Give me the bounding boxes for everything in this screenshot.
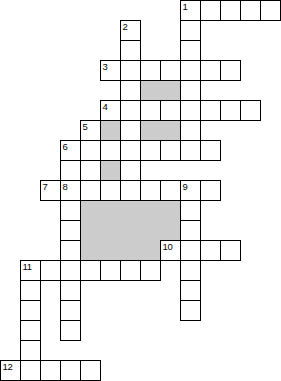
- letter-cell[interactable]: [120, 120, 141, 141]
- letter-cell[interactable]: [200, 100, 221, 121]
- letter-cell[interactable]: [120, 60, 141, 81]
- letter-cell[interactable]: [120, 140, 141, 161]
- letter-cell[interactable]: 12: [0, 360, 21, 381]
- filler-block: [101, 201, 121, 221]
- letter-cell[interactable]: [180, 200, 201, 221]
- letter-cell[interactable]: [40, 360, 61, 381]
- filler-block: [101, 121, 121, 141]
- letter-cell[interactable]: [120, 100, 141, 121]
- filler-block: [161, 81, 181, 101]
- clue-number: 9: [183, 182, 188, 191]
- letter-cell[interactable]: [20, 300, 41, 321]
- clue-number: 10: [163, 242, 173, 251]
- letter-cell[interactable]: 1: [180, 0, 201, 21]
- letter-cell[interactable]: [80, 140, 101, 161]
- letter-cell[interactable]: [120, 80, 141, 101]
- letter-cell[interactable]: [200, 60, 221, 81]
- letter-cell[interactable]: [180, 140, 201, 161]
- letter-cell[interactable]: [80, 260, 101, 281]
- letter-cell[interactable]: [180, 300, 201, 321]
- letter-cell[interactable]: [180, 280, 201, 301]
- filler-block: [161, 201, 181, 221]
- letter-cell[interactable]: [200, 180, 221, 201]
- filler-block: [81, 221, 101, 241]
- letter-cell[interactable]: [100, 260, 121, 281]
- letter-cell[interactable]: 4: [100, 100, 121, 121]
- clue-number: 1: [183, 2, 188, 11]
- letter-cell[interactable]: [160, 100, 181, 121]
- letter-cell[interactable]: 9: [180, 180, 201, 201]
- letter-cell[interactable]: [120, 40, 141, 61]
- filler-block: [101, 241, 121, 261]
- letter-cell[interactable]: [160, 180, 181, 201]
- clue-number: 11: [23, 262, 32, 271]
- letter-cell[interactable]: 11: [20, 260, 41, 281]
- filler-block: [141, 241, 161, 261]
- letter-cell[interactable]: 2: [120, 20, 141, 41]
- letter-cell[interactable]: [140, 260, 161, 281]
- letter-cell[interactable]: [180, 80, 201, 101]
- letter-cell[interactable]: [140, 140, 161, 161]
- letter-cell[interactable]: [180, 20, 201, 41]
- letter-cell[interactable]: [160, 60, 181, 81]
- letter-cell[interactable]: [60, 200, 81, 221]
- letter-cell[interactable]: [180, 100, 201, 121]
- letter-cell[interactable]: [80, 180, 101, 201]
- letter-cell[interactable]: [240, 0, 261, 21]
- filler-block: [141, 81, 161, 101]
- letter-cell[interactable]: [120, 160, 141, 181]
- letter-cell[interactable]: 5: [80, 120, 101, 141]
- letter-cell[interactable]: [20, 360, 41, 381]
- clue-number: 3: [103, 62, 108, 71]
- clue-number: 2: [123, 22, 128, 31]
- letter-cell[interactable]: [80, 160, 101, 181]
- filler-block: [141, 121, 161, 141]
- letter-cell[interactable]: [200, 240, 221, 261]
- letter-cell[interactable]: [60, 260, 81, 281]
- letter-cell[interactable]: [60, 240, 81, 261]
- letter-cell[interactable]: [60, 160, 81, 181]
- letter-cell[interactable]: [180, 120, 201, 141]
- clue-number: 7: [43, 182, 48, 191]
- letter-cell[interactable]: [140, 60, 161, 81]
- letter-cell[interactable]: [220, 240, 241, 261]
- letter-cell[interactable]: [60, 360, 81, 381]
- clue-number: 5: [83, 122, 88, 131]
- letter-cell[interactable]: 6: [60, 140, 81, 161]
- letter-cell[interactable]: [120, 260, 141, 281]
- filler-block: [121, 221, 141, 241]
- letter-cell[interactable]: [100, 180, 121, 201]
- letter-cell[interactable]: [20, 280, 41, 301]
- letter-cell[interactable]: [20, 340, 41, 361]
- letter-cell[interactable]: [180, 60, 201, 81]
- filler-block: [121, 241, 141, 261]
- filler-block: [81, 201, 101, 221]
- crossword-board: 123456789101112: [0, 0, 281, 381]
- clue-number: 6: [63, 142, 68, 151]
- filler-block: [161, 221, 181, 241]
- filler-block: [141, 221, 161, 241]
- letter-cell[interactable]: 7: [40, 180, 61, 201]
- letter-cell[interactable]: [180, 260, 201, 281]
- filler-block: [141, 201, 161, 221]
- letter-cell[interactable]: [220, 0, 241, 21]
- letter-cell[interactable]: [180, 220, 201, 241]
- letter-cell[interactable]: [200, 0, 221, 21]
- letter-cell[interactable]: [240, 100, 261, 121]
- filler-block: [101, 221, 121, 241]
- clue-number: 8: [63, 182, 68, 191]
- letter-cell[interactable]: [180, 40, 201, 61]
- letter-cell[interactable]: [200, 140, 221, 161]
- letter-cell[interactable]: [140, 180, 161, 201]
- letter-cell[interactable]: [60, 320, 81, 341]
- letter-cell[interactable]: [140, 100, 161, 121]
- letter-cell[interactable]: [180, 240, 201, 261]
- page-background: 123456789101112: [0, 0, 281, 381]
- letter-cell[interactable]: [20, 320, 41, 341]
- letter-cell[interactable]: [260, 0, 281, 21]
- clue-number: 12: [3, 362, 13, 371]
- letter-cell[interactable]: [100, 140, 121, 161]
- letter-cell[interactable]: [60, 300, 81, 321]
- letter-cell[interactable]: [220, 60, 241, 81]
- filler-block: [121, 201, 141, 221]
- letter-cell[interactable]: [40, 260, 61, 281]
- letter-cell[interactable]: 10: [160, 240, 181, 261]
- letter-cell[interactable]: 8: [60, 180, 81, 201]
- letter-cell[interactable]: [60, 280, 81, 301]
- clue-number: 4: [103, 102, 108, 111]
- letter-cell[interactable]: 3: [100, 60, 121, 81]
- letter-cell[interactable]: [80, 360, 101, 381]
- letter-cell[interactable]: [120, 180, 141, 201]
- filler-block: [81, 241, 101, 261]
- letter-cell[interactable]: [160, 140, 181, 161]
- letter-cell[interactable]: [60, 220, 81, 241]
- filler-block: [101, 161, 121, 181]
- letter-cell[interactable]: [220, 100, 241, 121]
- filler-block: [161, 121, 181, 141]
